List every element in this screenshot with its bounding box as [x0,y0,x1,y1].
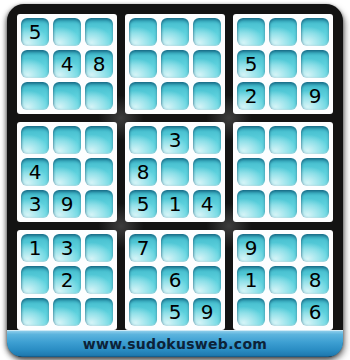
cell-r3c3[interactable] [85,82,113,110]
cell-r2c9[interactable] [301,50,329,78]
cell-r8c6[interactable] [193,266,221,294]
cell-r5c5[interactable] [161,158,189,186]
cell-r4c8[interactable] [269,126,297,154]
cell-r7c7[interactable]: 9 [237,234,265,262]
cell-r8c7[interactable]: 1 [237,266,265,294]
cell-r6c1[interactable]: 3 [21,190,49,218]
cell-r3c4[interactable] [129,82,157,110]
cell-r8c8[interactable] [269,266,297,294]
cell-r9c7[interactable] [237,298,265,326]
sudoku-board: 5485294393851413276599186 www.sudokusweb… [7,4,343,357]
cell-r8c3[interactable] [85,266,113,294]
cell-r6c5[interactable]: 1 [161,190,189,218]
cell-r7c9[interactable] [301,234,329,262]
cell-r7c2[interactable]: 3 [53,234,81,262]
cell-r5c4[interactable]: 8 [129,158,157,186]
cell-r3c7[interactable]: 2 [237,82,265,110]
cell-r6c2[interactable]: 9 [53,190,81,218]
cell-r2c5[interactable] [161,50,189,78]
box-3-2: 7659 [125,230,225,330]
cell-r7c3[interactable] [85,234,113,262]
cell-r5c8[interactable] [269,158,297,186]
footer-bar: www.sudokusweb.com [7,330,343,357]
cell-r2c6[interactable] [193,50,221,78]
cell-r5c2[interactable] [53,158,81,186]
cell-r9c1[interactable] [21,298,49,326]
cell-r1c7[interactable] [237,18,265,46]
cell-r3c8[interactable] [269,82,297,110]
cell-r9c6[interactable]: 9 [193,298,221,326]
cell-r1c6[interactable] [193,18,221,46]
cell-r5c9[interactable] [301,158,329,186]
cell-r3c2[interactable] [53,82,81,110]
cell-r7c4[interactable]: 7 [129,234,157,262]
cell-r3c9[interactable]: 9 [301,82,329,110]
cell-r1c3[interactable] [85,18,113,46]
cell-r9c2[interactable] [53,298,81,326]
cell-r1c8[interactable] [269,18,297,46]
cell-r1c5[interactable] [161,18,189,46]
cell-r4c1[interactable] [21,126,49,154]
cell-r9c4[interactable] [129,298,157,326]
cell-r1c1[interactable]: 5 [21,18,49,46]
box-1-3: 529 [233,14,333,114]
cell-r7c8[interactable] [269,234,297,262]
cell-r1c9[interactable] [301,18,329,46]
cell-r3c5[interactable] [161,82,189,110]
box-2-2: 38514 [125,122,225,222]
cell-r2c3[interactable]: 8 [85,50,113,78]
cell-r4c5[interactable]: 3 [161,126,189,154]
cell-r8c4[interactable] [129,266,157,294]
cell-r2c8[interactable] [269,50,297,78]
cell-r9c3[interactable] [85,298,113,326]
cell-r9c8[interactable] [269,298,297,326]
cell-r8c1[interactable] [21,266,49,294]
cell-r1c4[interactable] [129,18,157,46]
cell-r4c9[interactable] [301,126,329,154]
box-2-1: 439 [17,122,117,222]
cell-r4c3[interactable] [85,126,113,154]
cell-r3c1[interactable] [21,82,49,110]
cell-r1c2[interactable] [53,18,81,46]
cell-r7c5[interactable] [161,234,189,262]
cell-r4c2[interactable] [53,126,81,154]
cell-r6c3[interactable] [85,190,113,218]
cell-r2c7[interactable]: 5 [237,50,265,78]
box-1-1: 548 [17,14,117,114]
cell-r5c6[interactable] [193,158,221,186]
cell-r4c4[interactable] [129,126,157,154]
cell-r6c7[interactable] [237,190,265,218]
cell-r5c1[interactable]: 4 [21,158,49,186]
cell-r5c7[interactable] [237,158,265,186]
cell-r6c4[interactable]: 5 [129,190,157,218]
cell-r4c7[interactable] [237,126,265,154]
cell-r4c6[interactable] [193,126,221,154]
cell-r6c6[interactable]: 4 [193,190,221,218]
cell-r8c9[interactable]: 8 [301,266,329,294]
cell-r3c6[interactable] [193,82,221,110]
cell-r6c9[interactable] [301,190,329,218]
cell-r7c6[interactable] [193,234,221,262]
box-3-1: 132 [17,230,117,330]
cell-r8c2[interactable]: 2 [53,266,81,294]
cell-r6c8[interactable] [269,190,297,218]
site-link[interactable]: www.sudokusweb.com [83,336,267,352]
cell-r2c2[interactable]: 4 [53,50,81,78]
cell-r9c9[interactable]: 6 [301,298,329,326]
cell-r7c1[interactable]: 1 [21,234,49,262]
cell-r9c5[interactable]: 5 [161,298,189,326]
cell-r5c3[interactable] [85,158,113,186]
cell-r8c5[interactable]: 6 [161,266,189,294]
box-1-2 [125,14,225,114]
cell-r2c4[interactable] [129,50,157,78]
cell-r2c1[interactable] [21,50,49,78]
board-grid: 5485294393851413276599186 [17,14,333,330]
box-3-3: 9186 [233,230,333,330]
box-2-3 [233,122,333,222]
board-frame: 5485294393851413276599186 www.sudokusweb… [7,4,343,357]
